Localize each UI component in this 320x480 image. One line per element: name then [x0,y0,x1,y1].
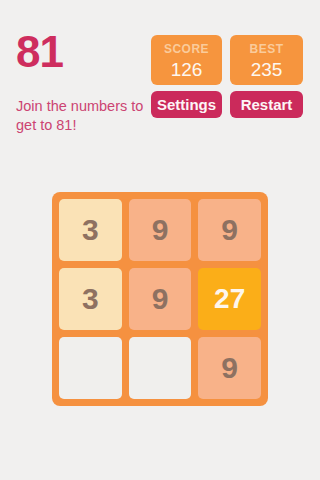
tile-3-r2c1: 3 [59,268,122,330]
score-value: 126 [171,59,203,81]
subtitle-line-1: Join the numbers to [16,97,143,116]
page-title: 81 [16,30,63,74]
empty-cell-r3c2 [129,337,192,399]
tile-9-r3c3: 9 [198,337,261,399]
subtitle: Join the numbers to get to 81! [16,97,143,135]
restart-button[interactable]: Restart [230,91,303,118]
settings-button[interactable]: Settings [151,91,222,118]
app-screen: 81 Join the numbers to get to 81! SCORE … [0,0,320,480]
best-value: 235 [251,59,283,81]
tile-27-r2c3: 27 [198,268,261,330]
best-label: BEST [249,42,283,56]
tile-3-r1c1: 3 [59,199,122,261]
tile-9-r1c2: 9 [129,199,192,261]
tile-9-r1c3: 9 [198,199,261,261]
subtitle-line-2: get to 81! [16,116,143,135]
empty-cell-r3c1 [59,337,122,399]
game-board[interactable]: 39939279 [52,192,268,406]
score-label: SCORE [164,42,209,56]
tile-9-r2c2: 9 [129,268,192,330]
best-box: BEST 235 [230,35,303,85]
score-box: SCORE 126 [151,35,222,85]
